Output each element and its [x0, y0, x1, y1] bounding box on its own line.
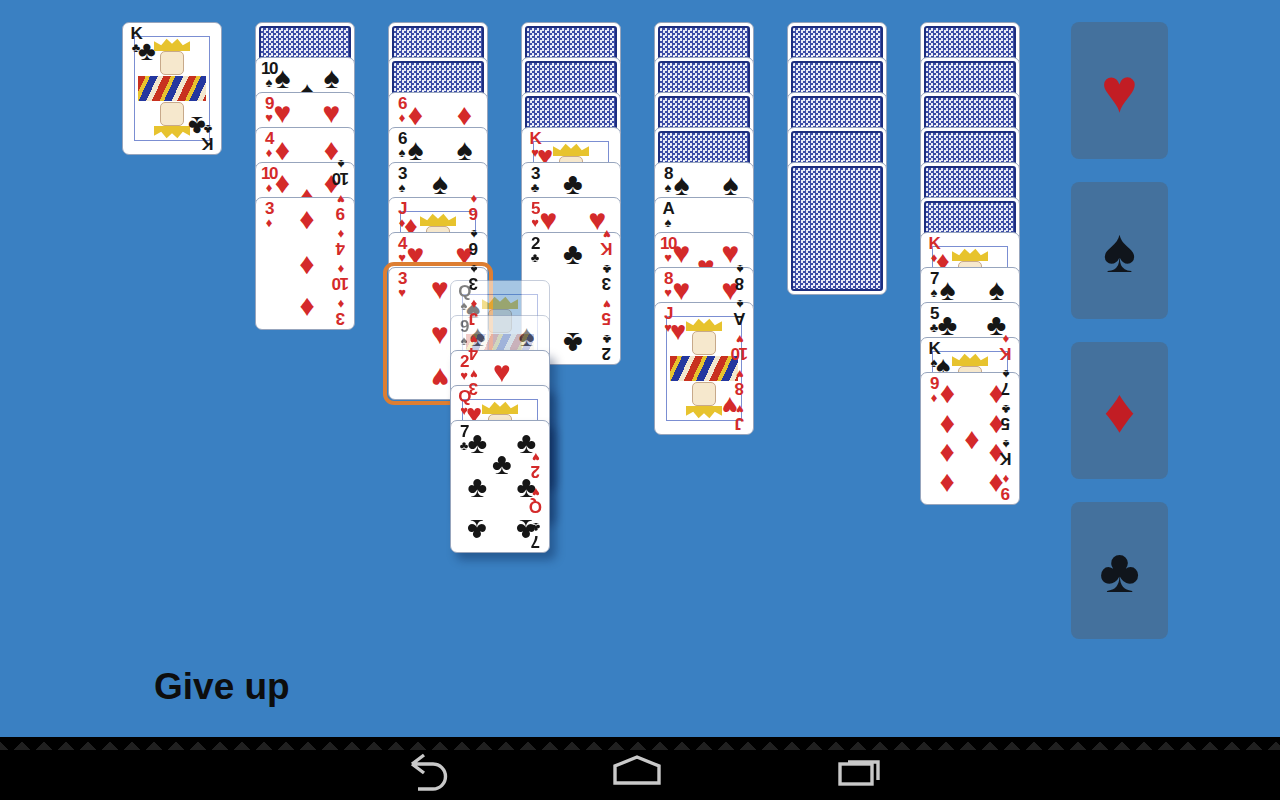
card-index: 10♠ — [260, 60, 278, 89]
card-index: 10♥ — [731, 333, 749, 362]
card-K♣[interactable]: K♣K♣♣♣ — [122, 22, 222, 155]
suit-pip: ♦ — [299, 249, 314, 279]
card-index: 3♣ — [526, 165, 544, 194]
card-index: 5♣ — [997, 403, 1015, 432]
suit-pip: ♠ — [456, 135, 472, 165]
card-index: 4♦ — [260, 130, 278, 159]
suit-pip: ♣ — [563, 328, 583, 358]
card-index: J♦ — [465, 298, 483, 327]
clubs-icon: ♣ — [1099, 540, 1140, 602]
suit-pip: ♣ — [468, 515, 488, 545]
card-index: 7♠ — [997, 368, 1015, 397]
suit-pip: ♣ — [468, 472, 488, 502]
suit-pip: ♥ — [431, 319, 449, 349]
card-index: K♣ — [199, 123, 217, 152]
suit-pip: ♠ — [722, 170, 738, 200]
suit-pip: ♦ — [299, 293, 314, 323]
card-index: 6♠ — [465, 228, 483, 257]
suit-pip: ♣ — [563, 239, 583, 269]
card-index: 10♠ — [332, 158, 350, 187]
card-index: 10♥ — [659, 235, 677, 264]
card-index: 5♥ — [526, 200, 544, 229]
card-index: 6♦ — [393, 95, 411, 124]
suit-pip: ♦ — [940, 408, 955, 438]
card-index: 8♠ — [659, 165, 677, 194]
card-index: 9♥ — [260, 95, 278, 124]
back-button[interactable] — [394, 746, 458, 794]
card-index: J♥ — [731, 403, 749, 432]
card-index: 8♠ — [731, 263, 749, 292]
card-index: Q♥ — [455, 388, 473, 417]
card-index: 9♦ — [997, 473, 1015, 502]
hearts-icon: ♥ — [1101, 60, 1138, 122]
suit-pip: ♦ — [940, 469, 955, 499]
card-index: K♠ — [925, 340, 943, 369]
card-index: K♦ — [925, 235, 943, 264]
card-index: A♠ — [731, 298, 749, 327]
card-index: 4♦ — [332, 228, 350, 257]
card-index: 6♦ — [465, 193, 483, 222]
suit-pip: ♥ — [323, 98, 341, 128]
card-index: 3♠ — [465, 263, 483, 292]
card-index: 3♥ — [393, 270, 411, 299]
diamonds-icon: ♦ — [1104, 380, 1136, 442]
card-index: 4♥ — [393, 235, 411, 264]
suit-pip: ♠ — [432, 169, 448, 199]
card-face-down[interactable] — [787, 162, 887, 295]
suit-pip: ♠ — [518, 321, 534, 351]
card-index: 10♦ — [260, 165, 278, 194]
card-index: A♠ — [659, 200, 677, 229]
card-index: 2♥ — [455, 353, 473, 382]
android-navigation-bar — [0, 737, 1280, 800]
card-index: 7♣ — [455, 423, 473, 452]
solitaire-table: K♣K♣♣♣10♠10♠♠♠♠♠♠♠♠♠♠♠9♥9♥♥♥♥♥♥♥♥♥♥4♦4♦♦… — [0, 0, 1280, 737]
recents-button[interactable] — [827, 746, 891, 794]
spades-icon: ♠ — [1103, 220, 1136, 282]
card-index: 3♣ — [598, 263, 616, 292]
card-index: Q♥ — [527, 486, 545, 515]
suit-pip: ♠ — [323, 63, 339, 93]
card-index: 9♦ — [925, 375, 943, 404]
home-button[interactable] — [605, 746, 669, 794]
card-index: 2♥ — [527, 451, 545, 480]
card-index: 5♥ — [598, 298, 616, 327]
card-index: 8♥ — [659, 270, 677, 299]
card-index: K♣ — [127, 25, 145, 54]
card-index: 7♠ — [925, 270, 943, 299]
card-index: K♦ — [997, 333, 1015, 362]
card-index: K♥ — [598, 228, 616, 257]
card-index: 3♦ — [332, 298, 350, 327]
suit-pip: ♣ — [492, 449, 512, 479]
foundation-spades[interactable]: ♠ — [1071, 182, 1168, 319]
suit-pip: ♣ — [563, 169, 583, 199]
card-index: J♥ — [659, 305, 677, 334]
card-index: 9♥ — [332, 193, 350, 222]
home-icon — [612, 755, 662, 785]
suit-pip: ♥ — [431, 363, 449, 393]
card-index: 2♣ — [526, 235, 544, 264]
suit-pip: ♦ — [964, 424, 979, 454]
foundation-clubs[interactable]: ♣ — [1071, 502, 1168, 639]
suit-pip: ♦ — [299, 204, 314, 234]
suit-pip: ♠ — [988, 275, 1004, 305]
suit-pip: ♦ — [940, 439, 955, 469]
card-index: J♦ — [393, 200, 411, 229]
card-index: 5♣ — [925, 305, 943, 334]
back-icon — [403, 749, 449, 791]
foundation-diamonds[interactable]: ♦ — [1071, 342, 1168, 479]
card-index: 10♦ — [332, 263, 350, 292]
card-index: 3♠ — [393, 165, 411, 194]
foundation-hearts[interactable]: ♥ — [1071, 22, 1168, 159]
card-index: K♠ — [997, 438, 1015, 467]
give-up-button[interactable]: Give up — [154, 666, 290, 708]
card-index: 8♥ — [731, 368, 749, 397]
card-index: K♥ — [526, 130, 544, 159]
card-index: 7♣ — [527, 521, 545, 550]
recents-icon — [836, 752, 882, 788]
card-index: 3♦ — [260, 200, 278, 229]
card-back-pattern — [791, 166, 883, 291]
suit-pip: ♥ — [493, 357, 511, 387]
suit-pip: ♦ — [457, 100, 472, 130]
card-index: 2♣ — [598, 333, 616, 362]
suit-pip: ♥ — [431, 274, 449, 304]
card-index: 6♠ — [393, 130, 411, 159]
